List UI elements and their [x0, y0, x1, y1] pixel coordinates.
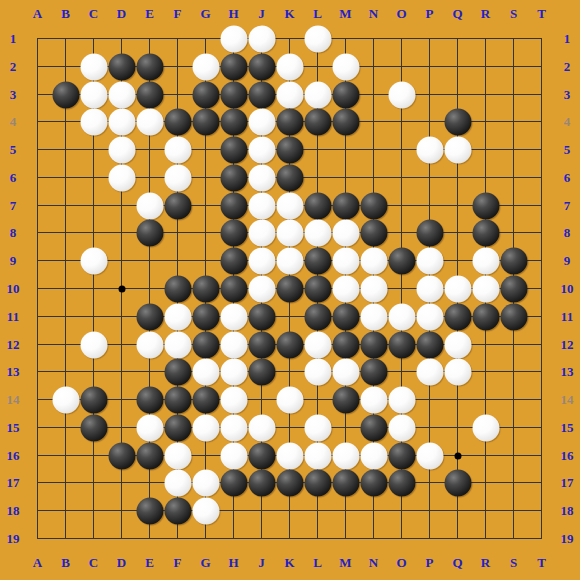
stone-black-N13 [360, 358, 387, 385]
stone-white-K3 [276, 81, 303, 108]
stone-white-N9 [360, 247, 387, 274]
stone-black-L7 [304, 192, 331, 219]
stone-black-J2 [248, 53, 275, 80]
stone-white-J5 [248, 136, 275, 163]
stone-white-E12 [136, 331, 163, 358]
row-label-left-17: 17 [7, 476, 20, 490]
stone-white-J8 [248, 219, 275, 246]
stone-black-Q17 [444, 469, 471, 496]
stone-white-F12 [164, 331, 191, 358]
stone-white-D5 [108, 136, 135, 163]
stone-black-F14 [164, 386, 191, 413]
stone-white-G18 [192, 497, 219, 524]
stone-white-Q12 [444, 331, 471, 358]
row-label-right-8: 8 [564, 226, 571, 240]
stone-white-B14 [52, 386, 79, 413]
stone-black-Q4 [444, 108, 471, 135]
stone-black-H10 [220, 275, 247, 302]
col-label-top-D: D [117, 7, 126, 21]
stone-black-J16 [248, 442, 275, 469]
stone-white-M16 [332, 442, 359, 469]
stone-white-D6 [108, 164, 135, 191]
stone-white-O3 [388, 81, 415, 108]
stone-white-H1 [220, 25, 247, 52]
col-label-top-F: F [174, 7, 182, 21]
row-label-left-13: 13 [7, 365, 20, 379]
stone-white-K8 [276, 219, 303, 246]
grid-line-horizontal [37, 510, 542, 511]
row-label-right-16: 16 [561, 449, 574, 463]
stone-black-F18 [164, 497, 191, 524]
stone-black-G12 [192, 331, 219, 358]
stone-black-P12 [416, 331, 443, 358]
stone-black-E14 [136, 386, 163, 413]
stone-black-H8 [220, 219, 247, 246]
stone-white-E7 [136, 192, 163, 219]
stone-white-P9 [416, 247, 443, 274]
col-label-top-R: R [481, 7, 490, 21]
row-label-left-2: 2 [10, 60, 17, 74]
stone-black-F7 [164, 192, 191, 219]
stone-white-K9 [276, 247, 303, 274]
col-label-top-L: L [313, 7, 322, 21]
stone-black-L11 [304, 303, 331, 330]
stone-white-K14 [276, 386, 303, 413]
col-label-bottom-N: N [369, 556, 378, 570]
stone-white-R15 [472, 414, 499, 441]
stone-black-H2 [220, 53, 247, 80]
stone-white-K2 [276, 53, 303, 80]
stone-black-D16 [108, 442, 135, 469]
stone-white-M8 [332, 219, 359, 246]
col-label-bottom-R: R [481, 556, 490, 570]
row-label-left-6: 6 [10, 171, 17, 185]
star-point-Q16 [454, 452, 461, 459]
stone-black-G4 [192, 108, 219, 135]
stone-black-S11 [500, 303, 527, 330]
row-label-right-13: 13 [561, 365, 574, 379]
col-label-bottom-Q: Q [452, 556, 462, 570]
stone-black-K5 [276, 136, 303, 163]
stone-black-O17 [388, 469, 415, 496]
stone-black-M11 [332, 303, 359, 330]
stone-white-M2 [332, 53, 359, 80]
stone-white-F17 [164, 469, 191, 496]
stone-white-O15 [388, 414, 415, 441]
row-label-right-7: 7 [564, 199, 571, 213]
stone-black-J17 [248, 469, 275, 496]
stone-black-N8 [360, 219, 387, 246]
row-label-left-4: 4 [10, 115, 17, 129]
stone-white-E15 [136, 414, 163, 441]
stone-black-K17 [276, 469, 303, 496]
col-label-bottom-P: P [426, 556, 434, 570]
stone-black-D2 [108, 53, 135, 80]
col-label-bottom-E: E [145, 556, 154, 570]
col-label-bottom-K: K [284, 556, 294, 570]
col-label-bottom-D: D [117, 556, 126, 570]
stone-black-N7 [360, 192, 387, 219]
stone-black-J12 [248, 331, 275, 358]
stone-white-R10 [472, 275, 499, 302]
row-label-right-10: 10 [561, 282, 574, 296]
stone-black-E16 [136, 442, 163, 469]
stone-black-F13 [164, 358, 191, 385]
stone-black-G10 [192, 275, 219, 302]
stone-white-P11 [416, 303, 443, 330]
stone-white-C2 [80, 53, 107, 80]
col-label-bottom-F: F [174, 556, 182, 570]
col-label-bottom-J: J [258, 556, 265, 570]
row-label-left-1: 1 [10, 32, 17, 46]
stone-white-J6 [248, 164, 275, 191]
stone-black-M4 [332, 108, 359, 135]
stone-black-E8 [136, 219, 163, 246]
col-label-top-C: C [89, 7, 98, 21]
stone-black-E2 [136, 53, 163, 80]
col-label-bottom-H: H [228, 556, 238, 570]
row-label-right-12: 12 [561, 338, 574, 352]
col-label-bottom-S: S [510, 556, 517, 570]
stone-black-S10 [500, 275, 527, 302]
row-label-left-8: 8 [10, 226, 17, 240]
stone-black-J3 [248, 81, 275, 108]
stone-black-K4 [276, 108, 303, 135]
row-label-left-11: 11 [7, 310, 19, 324]
stone-black-E11 [136, 303, 163, 330]
stone-white-L12 [304, 331, 331, 358]
col-label-top-P: P [426, 7, 434, 21]
star-point-D10 [118, 285, 125, 292]
stone-white-Q10 [444, 275, 471, 302]
stone-white-N14 [360, 386, 387, 413]
stone-black-N15 [360, 414, 387, 441]
stone-white-J4 [248, 108, 275, 135]
stone-white-O11 [388, 303, 415, 330]
stone-white-D4 [108, 108, 135, 135]
row-label-left-7: 7 [10, 199, 17, 213]
stone-black-N17 [360, 469, 387, 496]
stone-white-Q5 [444, 136, 471, 163]
row-label-left-12: 12 [7, 338, 20, 352]
stone-white-G17 [192, 469, 219, 496]
stone-black-R7 [472, 192, 499, 219]
stone-black-K12 [276, 331, 303, 358]
col-label-bottom-G: G [200, 556, 210, 570]
row-label-right-5: 5 [564, 143, 571, 157]
stone-black-P8 [416, 219, 443, 246]
col-label-top-S: S [510, 7, 517, 21]
col-label-top-E: E [145, 7, 154, 21]
stone-white-M13 [332, 358, 359, 385]
row-label-right-14: 14 [561, 393, 574, 407]
col-label-top-H: H [228, 7, 238, 21]
col-label-bottom-B: B [61, 556, 70, 570]
stone-white-H14 [220, 386, 247, 413]
stone-black-H5 [220, 136, 247, 163]
stone-black-O16 [388, 442, 415, 469]
col-label-top-A: A [33, 7, 42, 21]
stone-white-C9 [80, 247, 107, 274]
col-label-bottom-C: C [89, 556, 98, 570]
col-label-top-Q: Q [452, 7, 462, 21]
stone-black-F10 [164, 275, 191, 302]
stone-white-C12 [80, 331, 107, 358]
stone-black-K10 [276, 275, 303, 302]
grid-line-horizontal [37, 538, 542, 539]
stone-black-G11 [192, 303, 219, 330]
stone-black-G14 [192, 386, 219, 413]
col-label-top-N: N [369, 7, 378, 21]
stone-black-H9 [220, 247, 247, 274]
col-label-bottom-O: O [396, 556, 406, 570]
stone-black-G3 [192, 81, 219, 108]
stone-white-G2 [192, 53, 219, 80]
row-label-right-19: 19 [561, 532, 574, 546]
row-label-left-5: 5 [10, 143, 17, 157]
row-label-right-1: 1 [564, 32, 571, 46]
stone-white-F6 [164, 164, 191, 191]
row-label-right-15: 15 [561, 421, 574, 435]
stone-black-R11 [472, 303, 499, 330]
grid-line-horizontal [37, 427, 542, 428]
stone-white-J7 [248, 192, 275, 219]
stone-white-C4 [80, 108, 107, 135]
stone-white-J1 [248, 25, 275, 52]
stone-black-E18 [136, 497, 163, 524]
col-label-bottom-L: L [313, 556, 322, 570]
stone-white-H11 [220, 303, 247, 330]
row-label-right-11: 11 [561, 310, 573, 324]
stone-white-H13 [220, 358, 247, 385]
stone-white-O14 [388, 386, 415, 413]
stone-white-L16 [304, 442, 331, 469]
col-label-top-T: T [537, 7, 546, 21]
stone-white-F5 [164, 136, 191, 163]
stone-white-Q13 [444, 358, 471, 385]
col-label-top-B: B [61, 7, 70, 21]
stone-black-H6 [220, 164, 247, 191]
row-label-left-19: 19 [7, 532, 20, 546]
stone-white-C3 [80, 81, 107, 108]
row-label-left-10: 10 [7, 282, 20, 296]
stone-white-F16 [164, 442, 191, 469]
stone-white-G13 [192, 358, 219, 385]
stone-white-H12 [220, 331, 247, 358]
stone-white-L1 [304, 25, 331, 52]
row-label-right-2: 2 [564, 60, 571, 74]
col-label-bottom-M: M [339, 556, 351, 570]
stone-white-L13 [304, 358, 331, 385]
stone-black-M12 [332, 331, 359, 358]
stone-white-R9 [472, 247, 499, 274]
col-label-top-K: K [284, 7, 294, 21]
stone-white-N10 [360, 275, 387, 302]
stone-white-J15 [248, 414, 275, 441]
row-label-left-16: 16 [7, 449, 20, 463]
stone-white-L3 [304, 81, 331, 108]
stone-black-H3 [220, 81, 247, 108]
stone-white-K7 [276, 192, 303, 219]
stone-white-H16 [220, 442, 247, 469]
stone-black-L17 [304, 469, 331, 496]
stone-black-J13 [248, 358, 275, 385]
stone-white-N16 [360, 442, 387, 469]
row-label-left-18: 18 [7, 504, 20, 518]
row-label-right-9: 9 [564, 254, 571, 268]
row-label-left-9: 9 [10, 254, 17, 268]
grid-line-vertical [541, 38, 542, 539]
stone-black-H4 [220, 108, 247, 135]
stone-white-G15 [192, 414, 219, 441]
row-label-right-3: 3 [564, 88, 571, 102]
stone-white-D3 [108, 81, 135, 108]
stone-black-O12 [388, 331, 415, 358]
col-label-bottom-T: T [537, 556, 546, 570]
stone-white-J9 [248, 247, 275, 274]
stone-white-F11 [164, 303, 191, 330]
row-label-right-4: 4 [564, 115, 571, 129]
stone-black-M3 [332, 81, 359, 108]
stone-white-P10 [416, 275, 443, 302]
stone-black-L4 [304, 108, 331, 135]
stone-white-M9 [332, 247, 359, 274]
row-label-right-17: 17 [561, 476, 574, 490]
col-label-top-O: O [396, 7, 406, 21]
stone-black-C14 [80, 386, 107, 413]
stone-black-H7 [220, 192, 247, 219]
row-label-left-14: 14 [7, 393, 20, 407]
stone-black-Q11 [444, 303, 471, 330]
col-label-top-G: G [200, 7, 210, 21]
stone-black-R8 [472, 219, 499, 246]
row-label-left-15: 15 [7, 421, 20, 435]
stone-black-H17 [220, 469, 247, 496]
stone-black-B3 [52, 81, 79, 108]
stone-white-P16 [416, 442, 443, 469]
row-label-right-6: 6 [564, 171, 571, 185]
go-board[interactable]: AABBCCDDEEFFGGHHJJKKLLMMNNOOPPQQRRSSTT11… [0, 0, 580, 580]
stone-black-K6 [276, 164, 303, 191]
stone-black-J11 [248, 303, 275, 330]
col-label-top-M: M [339, 7, 351, 21]
stone-white-N11 [360, 303, 387, 330]
col-label-top-J: J [258, 7, 265, 21]
stone-white-P5 [416, 136, 443, 163]
stone-black-L10 [304, 275, 331, 302]
stone-black-S9 [500, 247, 527, 274]
stone-white-L8 [304, 219, 331, 246]
stone-white-L15 [304, 414, 331, 441]
stone-white-K16 [276, 442, 303, 469]
stone-black-L9 [304, 247, 331, 274]
row-label-left-3: 3 [10, 88, 17, 102]
stone-black-C15 [80, 414, 107, 441]
stone-black-M7 [332, 192, 359, 219]
stone-white-E4 [136, 108, 163, 135]
stone-white-H15 [220, 414, 247, 441]
stone-white-M10 [332, 275, 359, 302]
stone-white-P13 [416, 358, 443, 385]
stone-black-M17 [332, 469, 359, 496]
stone-black-N12 [360, 331, 387, 358]
stone-black-F4 [164, 108, 191, 135]
col-label-bottom-A: A [33, 556, 42, 570]
stone-black-E3 [136, 81, 163, 108]
stone-black-O9 [388, 247, 415, 274]
row-label-right-18: 18 [561, 504, 574, 518]
stone-white-J10 [248, 275, 275, 302]
stone-black-M14 [332, 386, 359, 413]
stone-black-F15 [164, 414, 191, 441]
